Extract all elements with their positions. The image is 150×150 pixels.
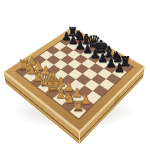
brass-latch	[115, 95, 119, 102]
square-h8	[118, 62, 132, 72]
square-d3	[53, 70, 68, 81]
square-c2	[38, 70, 53, 81]
square-h3	[85, 91, 101, 104]
board-frame	[4, 27, 145, 132]
square-g5	[91, 73, 106, 84]
square-h6	[106, 73, 121, 84]
square-g4	[84, 79, 99, 91]
square-e1	[45, 86, 61, 98]
square-h1	[70, 104, 87, 118]
square-g1	[61, 98, 77, 111]
square-e2	[53, 80, 68, 92]
square-e3	[61, 75, 76, 86]
square-f1	[53, 92, 69, 105]
square-h2	[78, 97, 94, 110]
wooden-chess-box	[4, 27, 145, 132]
square-f3	[69, 80, 84, 92]
square-b1	[23, 71, 38, 82]
square-d1	[38, 81, 54, 93]
square-h5	[99, 79, 114, 91]
square-c1	[30, 76, 45, 87]
square-d2	[46, 75, 61, 86]
chess-set-photo: ♜♞♝♛♚♝♞♜♟♟♟♟♟♟♟♟♟♟♟♟♟♟♟♟♜♞♝♛♚♝♞♜	[0, 0, 150, 150]
square-f5	[83, 68, 98, 79]
square-g2	[69, 92, 85, 105]
scene	[0, 0, 150, 150]
square-h4	[92, 85, 108, 97]
square-g6	[97, 68, 112, 79]
square-f4	[76, 74, 91, 85]
square-g3	[77, 85, 93, 97]
square-e4	[68, 69, 83, 80]
square-f2	[61, 86, 77, 98]
